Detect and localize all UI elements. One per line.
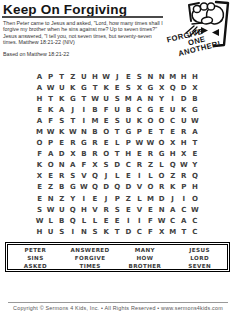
grid-cell: Y — [156, 93, 167, 104]
grid-cell: E — [34, 182, 45, 193]
grid-cell: O — [145, 115, 156, 126]
grid-cell: D — [56, 149, 67, 160]
word-bank-column: JESUSLORDSEVEN — [172, 246, 227, 270]
grid-cell: A — [178, 215, 189, 226]
grid-cell: A — [34, 115, 45, 126]
word-search-grid: APTZUHWJESNNMHHAWUKGTKESXGXQDXHTKGTWUSMA… — [34, 71, 200, 237]
grid-cell: G — [67, 93, 78, 104]
grid-cell: M — [145, 193, 156, 204]
grid-cell: R — [101, 204, 112, 215]
grid-cell: Z — [145, 160, 156, 171]
grid-cell: E — [123, 171, 134, 182]
grid-cell: T — [89, 82, 100, 93]
grid-cell: H — [178, 71, 189, 82]
grid-cell: H — [78, 204, 89, 215]
grid-cell: O — [156, 138, 167, 149]
grid-cell: M — [89, 115, 100, 126]
grid-cell: N — [145, 71, 156, 82]
grid-cell: H — [167, 149, 178, 160]
grid-cell: Q — [89, 171, 100, 182]
grid-cell: G — [123, 126, 134, 137]
grid-cell: D — [123, 182, 134, 193]
grid-cell: E — [134, 149, 145, 160]
grid-cell: F — [45, 115, 56, 126]
grid-cell: P — [45, 138, 56, 149]
grid-cell: T — [67, 115, 78, 126]
grid-cell: Z — [45, 182, 56, 193]
grid-cell: E — [101, 215, 112, 226]
word-bank-column: ANSWEREDFORGIVETIMES — [63, 246, 118, 270]
word-bank-word: BROTHER — [128, 262, 161, 270]
grid-cell: M — [123, 93, 134, 104]
grid-cell: E — [189, 149, 200, 160]
grid-cell: A — [167, 204, 178, 215]
grid-cell: H — [34, 226, 45, 237]
page-title: Keep On Forgiving — [3, 2, 127, 17]
grid-cell: H — [123, 149, 134, 160]
grid-cell: E — [89, 193, 100, 204]
intro-line: times. Matthew 18:21-22 (NIV) — [3, 39, 165, 45]
grid-cell: P — [134, 126, 145, 137]
grid-cell: H — [89, 71, 100, 82]
word-bank-word: ASKED — [24, 262, 47, 270]
grid-cell: I — [134, 171, 145, 182]
word-bank-word: SINS — [27, 254, 43, 262]
grid-cell: G — [145, 104, 156, 115]
grid-cell: Z — [167, 171, 178, 182]
word-bank-grid: PETERSINSASKEDANSWEREDFORGIVETIMESMANYHO… — [8, 245, 227, 269]
grid-cell: Z — [123, 193, 134, 204]
grid-cell: W — [189, 204, 200, 215]
grid-cell: E — [112, 215, 123, 226]
grid-cell: W — [134, 138, 145, 149]
grid-cell: S — [112, 204, 123, 215]
grid-cell: F — [145, 215, 156, 226]
grid-cell: F — [145, 226, 156, 237]
word-bank-word: ANSWERED — [71, 246, 110, 254]
forgive-clipart: FORGIVE ONE ANOTHER! — [164, 0, 236, 70]
grid-cell: O — [34, 138, 45, 149]
grid-cell: B — [56, 182, 67, 193]
grid-cell: K — [67, 82, 78, 93]
grid-cell: H — [34, 93, 45, 104]
grid-cell: X — [134, 82, 145, 93]
grid-cell: R — [178, 171, 189, 182]
grid-cell: I — [167, 93, 178, 104]
grid-cell: K — [167, 182, 178, 193]
grid-cell: B — [189, 93, 200, 104]
grid-cell: J — [112, 71, 123, 82]
word-bank-word: SEVEN — [188, 262, 211, 270]
grid-cell: X — [156, 82, 167, 93]
grid-cell: C — [178, 204, 189, 215]
title-divider — [2, 16, 163, 18]
word-bank-word: LORD — [190, 254, 209, 262]
word-bank-word: HOW — [136, 254, 153, 262]
grid-cell: T — [178, 226, 189, 237]
grid-cell: A — [45, 149, 56, 160]
grid-cell: U — [123, 115, 134, 126]
intro-text: Then Peter came to Jesus and asked, "Lor… — [3, 20, 165, 46]
grid-cell: L — [89, 215, 100, 226]
grid-cell: S — [67, 171, 78, 182]
grid-cell: Z — [67, 71, 78, 82]
grid-cell: V — [134, 182, 145, 193]
grid-cell: O — [145, 182, 156, 193]
grid-cell: X — [156, 226, 167, 237]
grid-cell: E — [156, 104, 167, 115]
based-on-text: Based on Matthew 18:21-22 — [3, 51, 69, 57]
grid-cell: R — [89, 138, 100, 149]
grid-cell: A — [34, 71, 45, 82]
grid-cell: W — [45, 82, 56, 93]
grid-cell: N — [56, 160, 67, 171]
grid-cell: F — [78, 160, 89, 171]
grid-cell: B — [89, 104, 100, 115]
grid-cell: R — [156, 182, 167, 193]
grid-cell: K — [34, 160, 45, 171]
grid-cell: T — [189, 138, 200, 149]
footer-divider — [8, 302, 228, 303]
grid-cell: S — [112, 93, 123, 104]
grid-cell: U — [112, 104, 123, 115]
grid-cell: C — [123, 160, 134, 171]
grid-cell: U — [56, 82, 67, 93]
grid-cell: V — [134, 204, 145, 215]
grid-cell: I — [123, 215, 134, 226]
grid-cell: U — [101, 93, 112, 104]
grid-cell: G — [145, 82, 156, 93]
grid-cell: Q — [112, 182, 123, 193]
grid-cell: A — [34, 82, 45, 93]
grid-cell: N — [156, 71, 167, 82]
grid-cell: T — [112, 226, 123, 237]
grid-cell: G — [67, 182, 78, 193]
grid-cell: R — [145, 149, 156, 160]
grid-cell: E — [145, 126, 156, 137]
grid-cell: L — [78, 215, 89, 226]
grid-cell: E — [145, 204, 156, 215]
word-bank-word: TIMES — [79, 262, 100, 270]
grid-cell: J — [101, 193, 112, 204]
grid-cell: G — [189, 104, 200, 115]
grid-cell: L — [134, 193, 145, 204]
grid-cell: S — [112, 115, 123, 126]
grid-cell: K — [101, 82, 112, 93]
grid-cell: B — [123, 104, 134, 115]
grid-cell: E — [101, 138, 112, 149]
grid-cell: J — [101, 171, 112, 182]
grid-cell: E — [123, 71, 134, 82]
grid-cell: T — [78, 93, 89, 104]
grid-cell: H — [189, 71, 200, 82]
grid-cell: N — [145, 93, 156, 104]
grid-cell: D — [178, 93, 189, 104]
grid-cell: X — [178, 149, 189, 160]
grid-cell: H — [178, 138, 189, 149]
grid-cell: S — [123, 82, 134, 93]
grid-cell: F — [101, 104, 112, 115]
grid-cell: X — [34, 171, 45, 182]
grid-cell: W — [145, 138, 156, 149]
grid-cell: D — [123, 226, 134, 237]
grid-cell: W — [67, 126, 78, 137]
grid-cell: B — [89, 126, 100, 137]
grid-cell: P — [123, 138, 134, 149]
grid-cell: E — [45, 171, 56, 182]
grid-cell: C — [189, 215, 200, 226]
grid-cell: O — [101, 126, 112, 137]
grid-cell: K — [101, 226, 112, 237]
word-bank-word: PETER — [24, 246, 46, 254]
grid-cell: C — [189, 226, 200, 237]
grid-cell: B — [56, 215, 67, 226]
intro-line: forgive my brother when he sins against … — [3, 26, 165, 32]
grid-cell: I — [78, 104, 89, 115]
grid-cell: P — [178, 182, 189, 193]
grid-cell: O — [156, 115, 167, 126]
word-bank-column: PETERSINSASKED — [8, 246, 63, 270]
grid-cell: W — [189, 115, 200, 126]
grid-cell: Q — [167, 82, 178, 93]
grid-cell: P — [112, 193, 123, 204]
grid-cell: V — [89, 204, 100, 215]
word-bank-column: MANYHOWBROTHER — [118, 246, 173, 270]
grid-cell: W — [45, 204, 56, 215]
grid-cell: S — [56, 226, 67, 237]
grid-cell: K — [56, 93, 67, 104]
grid-cell: A — [134, 93, 145, 104]
grid-cell: C — [167, 115, 178, 126]
grid-cell: X — [89, 160, 100, 171]
grid-cell: U — [78, 71, 89, 82]
grid-cell: T — [112, 126, 123, 137]
grid-cell: O — [156, 171, 167, 182]
grid-cell: A — [67, 160, 78, 171]
grid-cell: W — [178, 160, 189, 171]
grid-cell: N — [78, 226, 89, 237]
grid-cell: D — [101, 182, 112, 193]
grid-cell: D — [178, 82, 189, 93]
grid-cell: I — [178, 193, 189, 204]
grid-cell: O — [45, 160, 56, 171]
grid-cell: S — [89, 226, 100, 237]
grid-cell: T — [45, 93, 56, 104]
grid-cell: E — [56, 138, 67, 149]
word-bank-word: FORGIVE — [75, 254, 106, 262]
grid-cell: Q — [67, 215, 78, 226]
grid-cell: K — [56, 126, 67, 137]
grid-cell: U — [45, 226, 56, 237]
grid-cell: R — [178, 126, 189, 137]
grid-cell: M — [34, 126, 45, 137]
grid-cell: P — [45, 71, 56, 82]
grid-cell: Q — [67, 204, 78, 215]
grid-cell: E — [101, 115, 112, 126]
grid-cell: U — [56, 204, 67, 215]
grid-cell: D — [112, 160, 123, 171]
grid-cell: W — [34, 215, 45, 226]
grid-cell: R — [67, 138, 78, 149]
grid-cell: O — [101, 149, 112, 160]
word-bank-word: JESUS — [189, 246, 210, 254]
grid-cell: Q — [167, 160, 178, 171]
grid-cell: U — [167, 104, 178, 115]
grid-cell: W — [45, 126, 56, 137]
grid-cell: M — [167, 226, 178, 237]
grid-cell: F — [34, 149, 45, 160]
grid-cell: X — [167, 138, 178, 149]
grid-cell: I — [134, 215, 145, 226]
word-bank: PETERSINSASKEDANSWEREDFORGIVETIMESMANYHO… — [5, 242, 230, 272]
grid-cell: Y — [67, 193, 78, 204]
grid-cell: G — [78, 138, 89, 149]
grid-cell: G — [78, 82, 89, 93]
worksheet-page: Keep On Forgiving Then Peter came to Jes… — [0, 0, 236, 318]
grid-cell: K — [45, 104, 56, 115]
grid-cell: T — [56, 71, 67, 82]
grid-cell: K — [134, 115, 145, 126]
grid-cell: W — [89, 93, 100, 104]
grid-cell: A — [56, 104, 67, 115]
grid-cell: X — [189, 82, 200, 93]
word-bank-word: MANY — [135, 246, 155, 254]
grid-cell: S — [134, 71, 145, 82]
grid-cell: S — [101, 160, 112, 171]
grid-cell: L — [112, 171, 123, 182]
grid-cell: X — [67, 149, 78, 160]
grid-cell: S — [56, 115, 67, 126]
grid-cell: I — [78, 115, 89, 126]
grid-cell: O — [189, 193, 200, 204]
grid-cell: E — [34, 104, 45, 115]
grid-cell: Y — [189, 160, 200, 171]
grid-cell: D — [156, 193, 167, 204]
grid-cell: G — [156, 149, 167, 160]
grid-cell: W — [101, 71, 112, 82]
grid-cell: E — [123, 204, 134, 215]
grid-cell: C — [134, 104, 145, 115]
grid-cell: C — [134, 226, 145, 237]
grid-cell: B — [78, 149, 89, 160]
grid-cell: J — [67, 104, 78, 115]
grid-cell: J — [167, 193, 178, 204]
grid-cell: N — [78, 126, 89, 137]
grid-cell: L — [112, 138, 123, 149]
grid-cell: Q — [89, 182, 100, 193]
grid-cell: U — [178, 115, 189, 126]
grid-cell: Q — [189, 171, 200, 182]
grid-cell: L — [156, 160, 167, 171]
grid-cell: Z — [56, 193, 67, 204]
grid-cell: W — [156, 215, 167, 226]
grid-cell: H — [189, 182, 200, 193]
grid-cell: R — [89, 149, 100, 160]
grid-cell: M — [167, 71, 178, 82]
grid-cell: L — [45, 215, 56, 226]
grid-cell: T — [112, 149, 123, 160]
grid-cell: S — [34, 204, 45, 215]
grid-cell: E — [34, 193, 45, 204]
grid-cell: R — [134, 160, 145, 171]
grid-cell: E — [167, 126, 178, 137]
grid-cell: C — [167, 215, 178, 226]
grid-cell: N — [156, 204, 167, 215]
grid-cell: L — [145, 171, 156, 182]
grid-cell: N — [45, 193, 56, 204]
grid-cell: A — [189, 126, 200, 137]
grid-cell: V — [78, 171, 89, 182]
grid-cell: E — [112, 82, 123, 93]
copyright-text: Copyright © Sermons 4 Kids, Inc. • All R… — [0, 305, 236, 311]
grid-cell: K — [178, 104, 189, 115]
grid-cell: I — [78, 193, 89, 204]
grid-cell: R — [56, 171, 67, 182]
grid-cell: T — [156, 126, 167, 137]
grid-cell: I — [67, 226, 78, 237]
grid-cell: W — [78, 182, 89, 193]
